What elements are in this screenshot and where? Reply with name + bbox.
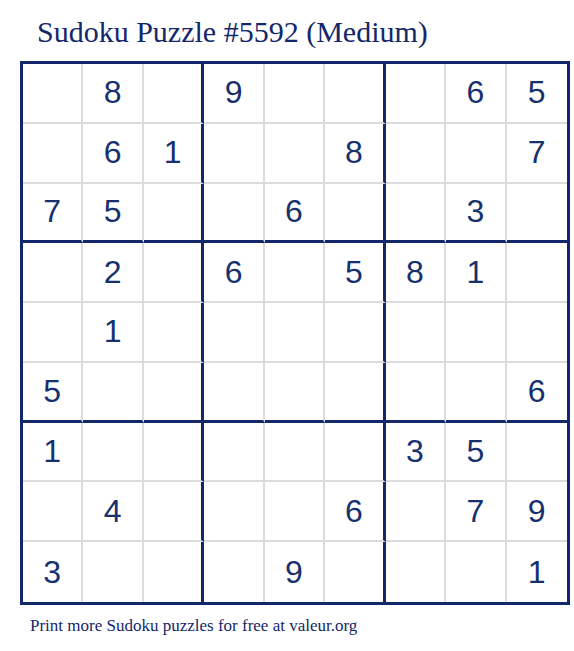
cell-r4c2[interactable]: 2 <box>83 243 143 303</box>
cell-r8c5[interactable] <box>265 482 325 542</box>
cell-r3c7[interactable] <box>386 184 446 244</box>
footer-text: Print more Sudoku puzzles for free at va… <box>30 616 357 636</box>
cell-r4c8[interactable]: 1 <box>446 243 506 303</box>
cell-r3c2[interactable]: 5 <box>83 184 143 244</box>
cell-r2c2[interactable]: 6 <box>83 124 143 184</box>
cell-r3c6[interactable] <box>325 184 385 244</box>
cell-r3c4[interactable] <box>204 184 264 244</box>
cell-r5c7[interactable] <box>386 303 446 363</box>
cell-r6c8[interactable] <box>446 363 506 423</box>
cell-r7c2[interactable] <box>83 423 143 483</box>
cell-r5c8[interactable] <box>446 303 506 363</box>
cell-r1c2[interactable]: 8 <box>83 64 143 124</box>
cell-r1c4[interactable]: 9 <box>204 64 264 124</box>
cell-r5c6[interactable] <box>325 303 385 363</box>
cell-r9c8[interactable] <box>446 542 506 602</box>
cell-r8c8[interactable]: 7 <box>446 482 506 542</box>
cell-r7c5[interactable] <box>265 423 325 483</box>
cell-r8c7[interactable] <box>386 482 446 542</box>
cell-r6c6[interactable] <box>325 363 385 423</box>
cell-r1c8[interactable]: 6 <box>446 64 506 124</box>
cell-r3c9[interactable] <box>507 184 567 244</box>
cell-r9c4[interactable] <box>204 542 264 602</box>
cell-r6c1[interactable]: 5 <box>23 363 83 423</box>
cell-r2c8[interactable] <box>446 124 506 184</box>
cell-r2c6[interactable]: 8 <box>325 124 385 184</box>
cell-r9c5[interactable]: 9 <box>265 542 325 602</box>
cell-r4c4[interactable]: 6 <box>204 243 264 303</box>
cell-r7c4[interactable] <box>204 423 264 483</box>
cell-r9c9[interactable]: 1 <box>507 542 567 602</box>
cell-r2c7[interactable] <box>386 124 446 184</box>
cell-r1c3[interactable] <box>144 64 204 124</box>
cell-r4c5[interactable] <box>265 243 325 303</box>
sudoku-page: Sudoku Puzzle #5592 (Medium) 89656187756… <box>0 0 574 651</box>
cell-r1c1[interactable] <box>23 64 83 124</box>
cell-r6c7[interactable] <box>386 363 446 423</box>
cell-r6c4[interactable] <box>204 363 264 423</box>
cell-r2c3[interactable]: 1 <box>144 124 204 184</box>
cell-r7c1[interactable]: 1 <box>23 423 83 483</box>
cell-r7c9[interactable] <box>507 423 567 483</box>
cell-r3c5[interactable]: 6 <box>265 184 325 244</box>
sudoku-board: 896561877563265811561354679391 <box>20 61 570 605</box>
cell-r3c8[interactable]: 3 <box>446 184 506 244</box>
cell-r7c6[interactable] <box>325 423 385 483</box>
cell-r9c2[interactable] <box>83 542 143 602</box>
cell-r5c4[interactable] <box>204 303 264 363</box>
cell-r1c5[interactable] <box>265 64 325 124</box>
cell-r4c3[interactable] <box>144 243 204 303</box>
cell-r1c6[interactable] <box>325 64 385 124</box>
cell-r8c3[interactable] <box>144 482 204 542</box>
cell-r4c6[interactable]: 5 <box>325 243 385 303</box>
cell-r4c9[interactable] <box>507 243 567 303</box>
cell-r8c4[interactable] <box>204 482 264 542</box>
page-title: Sudoku Puzzle #5592 (Medium) <box>37 15 428 49</box>
cell-r9c6[interactable] <box>325 542 385 602</box>
cell-r8c1[interactable] <box>23 482 83 542</box>
cell-r1c7[interactable] <box>386 64 446 124</box>
cell-r5c3[interactable] <box>144 303 204 363</box>
cell-r2c4[interactable] <box>204 124 264 184</box>
cell-r4c7[interactable]: 8 <box>386 243 446 303</box>
cell-r2c5[interactable] <box>265 124 325 184</box>
cell-r7c7[interactable]: 3 <box>386 423 446 483</box>
cell-r9c1[interactable]: 3 <box>23 542 83 602</box>
cell-r9c7[interactable] <box>386 542 446 602</box>
cell-r6c2[interactable] <box>83 363 143 423</box>
cell-r9c3[interactable] <box>144 542 204 602</box>
cell-r5c2[interactable]: 1 <box>83 303 143 363</box>
cell-r8c9[interactable]: 9 <box>507 482 567 542</box>
cell-r6c9[interactable]: 6 <box>507 363 567 423</box>
cell-r8c6[interactable]: 6 <box>325 482 385 542</box>
cell-r7c3[interactable] <box>144 423 204 483</box>
cell-r7c8[interactable]: 5 <box>446 423 506 483</box>
cell-r5c5[interactable] <box>265 303 325 363</box>
cell-r6c5[interactable] <box>265 363 325 423</box>
cell-r5c9[interactable] <box>507 303 567 363</box>
cell-r3c1[interactable]: 7 <box>23 184 83 244</box>
cell-r8c2[interactable]: 4 <box>83 482 143 542</box>
cell-r2c9[interactable]: 7 <box>507 124 567 184</box>
cell-r3c3[interactable] <box>144 184 204 244</box>
cell-r5c1[interactable] <box>23 303 83 363</box>
cell-r1c9[interactable]: 5 <box>507 64 567 124</box>
cell-r2c1[interactable] <box>23 124 83 184</box>
cell-r6c3[interactable] <box>144 363 204 423</box>
cell-r4c1[interactable] <box>23 243 83 303</box>
